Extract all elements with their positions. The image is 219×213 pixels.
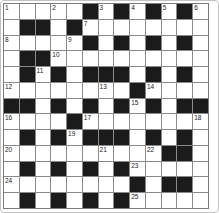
clue-number: 8	[5, 36, 9, 44]
white-cell[interactable]	[67, 99, 82, 114]
black-cell	[177, 130, 192, 145]
white-cell[interactable]	[20, 114, 35, 129]
black-cell	[146, 99, 161, 114]
black-cell	[114, 36, 129, 51]
white-cell[interactable]: 2	[51, 4, 66, 19]
white-cell[interactable]	[36, 146, 51, 161]
white-cell[interactable]	[67, 193, 82, 208]
white-cell[interactable]	[114, 51, 129, 66]
black-cell	[51, 193, 66, 208]
black-cell	[51, 99, 66, 114]
black-cell	[67, 114, 82, 129]
white-cell[interactable]: 7	[83, 20, 98, 35]
white-cell[interactable]	[114, 114, 129, 129]
white-cell[interactable]	[4, 193, 19, 208]
puzzle-frame: 1234567891011121314151617181920212223242…	[0, 0, 219, 213]
white-cell[interactable]	[67, 51, 82, 66]
white-cell[interactable]	[36, 114, 51, 129]
white-cell[interactable]: 4	[130, 4, 145, 19]
white-cell[interactable]	[193, 130, 208, 145]
black-cell	[20, 67, 35, 82]
black-cell	[130, 83, 145, 98]
black-cell	[36, 51, 51, 66]
white-cell[interactable]	[67, 67, 82, 82]
white-cell[interactable]	[67, 4, 82, 19]
white-cell[interactable]	[51, 36, 66, 51]
black-cell	[177, 4, 192, 19]
white-cell[interactable]	[36, 99, 51, 114]
white-cell[interactable]	[4, 51, 19, 66]
white-cell[interactable]: 17	[83, 114, 98, 129]
white-cell[interactable]	[177, 20, 192, 35]
clue-number: 3	[100, 4, 104, 12]
white-cell[interactable]	[99, 177, 114, 192]
white-cell[interactable]	[130, 114, 145, 129]
white-cell[interactable]	[51, 114, 66, 129]
black-cell	[20, 130, 35, 145]
black-cell	[146, 130, 161, 145]
clue-number: 1	[5, 4, 9, 12]
white-cell[interactable]	[20, 36, 35, 51]
white-cell[interactable]	[67, 162, 82, 177]
white-cell[interactable]	[162, 162, 177, 177]
black-cell	[51, 130, 66, 145]
white-cell[interactable]	[146, 177, 161, 192]
white-cell[interactable]	[51, 83, 66, 98]
white-cell[interactable]	[130, 20, 145, 35]
black-cell	[146, 4, 161, 19]
white-cell[interactable]: 3	[99, 4, 114, 19]
white-cell[interactable]	[193, 51, 208, 66]
white-cell[interactable]	[99, 162, 114, 177]
black-cell	[114, 99, 129, 114]
white-cell[interactable]	[4, 67, 19, 82]
white-cell[interactable]	[193, 193, 208, 208]
white-cell[interactable]	[193, 83, 208, 98]
clue-number: 20	[5, 146, 12, 154]
black-cell	[130, 177, 145, 192]
white-cell[interactable]	[114, 177, 129, 192]
white-cell[interactable]	[20, 83, 35, 98]
crossword-grid: 1234567891011121314151617181920212223242…	[3, 3, 209, 209]
black-cell	[83, 193, 98, 208]
clue-number: 2	[52, 4, 56, 12]
black-cell	[51, 67, 66, 82]
white-cell[interactable]	[193, 162, 208, 177]
white-cell[interactable]: 22	[146, 146, 161, 161]
black-cell	[83, 67, 98, 82]
white-cell[interactable]	[83, 146, 98, 161]
white-cell[interactable]	[36, 162, 51, 177]
black-cell	[193, 99, 208, 114]
clue-number: 21	[100, 146, 107, 154]
white-cell[interactable]	[36, 177, 51, 192]
white-cell[interactable]: 23	[130, 162, 145, 177]
white-cell[interactable]	[177, 83, 192, 98]
black-cell	[20, 162, 35, 177]
black-cell	[20, 99, 35, 114]
white-cell[interactable]	[83, 83, 98, 98]
clue-number: 18	[194, 114, 201, 122]
black-cell	[20, 20, 35, 35]
white-cell[interactable]	[99, 20, 114, 35]
white-cell[interactable]: 15	[130, 99, 145, 114]
clue-number: 24	[5, 177, 12, 185]
white-cell[interactable]: 8	[4, 36, 19, 51]
clue-number: 16	[5, 114, 12, 122]
white-cell[interactable]	[67, 146, 82, 161]
black-cell	[162, 177, 177, 192]
white-cell[interactable]	[4, 162, 19, 177]
black-cell	[177, 99, 192, 114]
white-cell[interactable]	[193, 20, 208, 35]
black-cell	[20, 51, 35, 66]
clue-number: 15	[131, 99, 138, 107]
clue-number: 14	[147, 83, 154, 91]
white-cell[interactable]	[177, 114, 192, 129]
white-cell[interactable]	[99, 114, 114, 129]
white-cell[interactable]	[51, 20, 66, 35]
white-cell[interactable]: 18	[193, 114, 208, 129]
white-cell[interactable]	[51, 177, 66, 192]
white-cell[interactable]	[193, 67, 208, 82]
black-cell	[83, 99, 98, 114]
black-cell	[83, 162, 98, 177]
white-cell[interactable]	[162, 193, 177, 208]
black-cell	[51, 162, 66, 177]
white-cell[interactable]	[67, 177, 82, 192]
white-cell[interactable]	[51, 146, 66, 161]
black-cell	[83, 130, 98, 145]
white-cell[interactable]	[99, 193, 114, 208]
white-cell[interactable]: 1	[4, 4, 19, 19]
black-cell	[4, 99, 19, 114]
clue-number: 13	[100, 83, 107, 91]
white-cell[interactable]: 10	[51, 51, 66, 66]
white-cell[interactable]: 16	[4, 114, 19, 129]
black-cell	[146, 36, 161, 51]
black-cell	[114, 4, 129, 19]
clue-number: 23	[131, 162, 138, 170]
white-cell[interactable]	[193, 146, 208, 161]
white-cell[interactable]: 25	[130, 193, 145, 208]
white-cell[interactable]	[162, 67, 177, 82]
clue-number: 9	[68, 36, 72, 44]
white-cell[interactable]	[67, 83, 82, 98]
clue-number: 12	[5, 83, 12, 91]
white-cell[interactable]	[36, 130, 51, 145]
clue-number: 22	[147, 146, 154, 154]
white-cell[interactable]: 19	[67, 130, 82, 145]
clue-number: 17	[84, 114, 91, 122]
clue-number: 4	[131, 4, 135, 12]
clue-number: 10	[52, 51, 59, 59]
white-cell[interactable]	[83, 51, 98, 66]
black-cell	[114, 162, 129, 177]
black-cell	[177, 67, 192, 82]
black-cell	[99, 67, 114, 82]
white-cell[interactable]	[177, 51, 192, 66]
black-cell	[99, 130, 114, 145]
white-cell[interactable]: 21	[99, 146, 114, 161]
white-cell[interactable]	[114, 83, 129, 98]
white-cell[interactable]	[162, 83, 177, 98]
white-cell[interactable]: 6	[193, 4, 208, 19]
black-cell	[83, 4, 98, 19]
clue-number: 19	[68, 130, 75, 138]
white-cell[interactable]	[36, 193, 51, 208]
white-cell[interactable]	[162, 99, 177, 114]
white-cell[interactable]: 13	[99, 83, 114, 98]
white-cell[interactable]: 14	[146, 83, 161, 98]
white-cell[interactable]: 20	[4, 146, 19, 161]
white-cell[interactable]	[146, 20, 161, 35]
white-cell[interactable]	[114, 146, 129, 161]
white-cell[interactable]	[162, 20, 177, 35]
white-cell[interactable]	[162, 51, 177, 66]
white-cell[interactable]: 24	[4, 177, 19, 192]
black-cell	[67, 20, 82, 35]
clue-number: 25	[131, 193, 138, 201]
clue-number: 5	[163, 4, 167, 12]
white-cell[interactable]: 5	[162, 4, 177, 19]
black-cell	[114, 130, 129, 145]
black-cell	[177, 177, 192, 192]
white-cell[interactable]	[162, 36, 177, 51]
white-cell[interactable]	[99, 51, 114, 66]
white-cell[interactable]	[4, 130, 19, 145]
black-cell	[20, 193, 35, 208]
white-cell[interactable]	[36, 4, 51, 19]
white-cell[interactable]	[162, 114, 177, 129]
white-cell[interactable]	[193, 36, 208, 51]
white-cell[interactable]	[146, 114, 161, 129]
black-cell	[162, 146, 177, 161]
white-cell[interactable]	[193, 177, 208, 192]
clue-number: 7	[84, 20, 88, 28]
clue-number: 6	[194, 4, 198, 12]
white-cell[interactable]	[99, 99, 114, 114]
black-cell	[114, 67, 129, 82]
white-cell[interactable]	[99, 36, 114, 51]
white-cell[interactable]	[4, 20, 19, 35]
black-cell	[146, 67, 161, 82]
white-cell[interactable]	[177, 162, 192, 177]
white-cell[interactable]	[20, 4, 35, 19]
white-cell[interactable]	[177, 193, 192, 208]
white-cell[interactable]	[83, 177, 98, 192]
white-cell[interactable]	[130, 67, 145, 82]
white-cell[interactable]	[146, 193, 161, 208]
white-cell[interactable]	[130, 130, 145, 145]
white-cell[interactable]: 9	[67, 36, 82, 51]
white-cell[interactable]	[36, 83, 51, 98]
black-cell	[36, 20, 51, 35]
white-cell[interactable]	[130, 36, 145, 51]
clue-number: 11	[37, 67, 44, 75]
black-cell	[83, 36, 98, 51]
white-cell[interactable]	[146, 51, 161, 66]
white-cell[interactable]: 12	[4, 83, 19, 98]
black-cell	[177, 36, 192, 51]
white-cell[interactable]	[162, 130, 177, 145]
white-cell[interactable]	[20, 177, 35, 192]
white-cell[interactable]	[130, 146, 145, 161]
white-cell[interactable]	[36, 36, 51, 51]
white-cell[interactable]: 11	[36, 67, 51, 82]
white-cell[interactable]	[114, 20, 129, 35]
white-cell[interactable]	[130, 51, 145, 66]
white-cell[interactable]	[20, 146, 35, 161]
black-cell	[177, 146, 192, 161]
black-cell	[114, 193, 129, 208]
white-cell[interactable]	[146, 162, 161, 177]
